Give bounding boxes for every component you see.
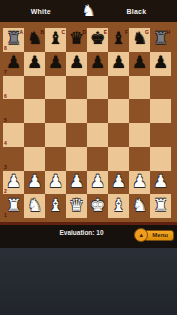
- piece-white-king[interactable]: ♚: [90, 197, 105, 214]
- square-a8[interactable]: A8♜: [3, 28, 24, 52]
- rank-label-3: 3: [4, 164, 7, 170]
- piece-white-rook[interactable]: ♜: [6, 197, 21, 214]
- rank-label-6: 6: [4, 93, 7, 99]
- square-f8[interactable]: F♝: [108, 28, 129, 52]
- square-g4[interactable]: [129, 123, 150, 147]
- square-d2[interactable]: ♟: [66, 171, 87, 195]
- square-f3[interactable]: [108, 147, 129, 171]
- piece-black-queen[interactable]: ♛: [69, 30, 84, 47]
- square-g6[interactable]: [129, 76, 150, 100]
- piece-black-pawn[interactable]: ♟: [153, 54, 168, 71]
- square-a7[interactable]: 7♟: [3, 52, 24, 76]
- square-h5[interactable]: [150, 99, 171, 123]
- board[interactable]: A8♜B♞C♝D♛E♚F♝G♞H♜7♟♟♟♟♟♟♟♟65432♟♟♟♟♟♟♟♟1…: [3, 28, 171, 218]
- rank-label-4: 4: [4, 140, 7, 146]
- square-c3[interactable]: [45, 147, 66, 171]
- white-player-label: White: [31, 8, 51, 15]
- piece-white-knight[interactable]: ♞: [132, 197, 147, 214]
- square-b2[interactable]: ♟: [24, 171, 45, 195]
- piece-black-knight[interactable]: ♞: [27, 30, 42, 47]
- square-c6[interactable]: [45, 76, 66, 100]
- evaluation-bar: Evaluation: 10 ▲ Menu: [0, 225, 177, 248]
- square-b3[interactable]: [24, 147, 45, 171]
- piece-white-pawn[interactable]: ♟: [69, 173, 84, 190]
- square-h7[interactable]: ♟: [150, 52, 171, 76]
- piece-white-knight[interactable]: ♞: [27, 197, 42, 214]
- square-h3[interactable]: [150, 147, 171, 171]
- piece-black-pawn[interactable]: ♟: [27, 54, 42, 71]
- square-h8[interactable]: H♜: [150, 28, 171, 52]
- square-c1[interactable]: ♝: [45, 194, 66, 218]
- piece-black-pawn[interactable]: ♟: [6, 54, 21, 71]
- square-g1[interactable]: ♞: [129, 194, 150, 218]
- square-d3[interactable]: [66, 147, 87, 171]
- piece-white-queen[interactable]: ♛: [69, 197, 84, 214]
- square-a1[interactable]: 1♜: [3, 194, 24, 218]
- square-c5[interactable]: [45, 99, 66, 123]
- square-a5[interactable]: 5: [3, 99, 24, 123]
- piece-white-pawn[interactable]: ♟: [111, 173, 126, 190]
- square-d8[interactable]: D♛: [66, 28, 87, 52]
- footer-panel: [0, 248, 177, 315]
- square-h6[interactable]: [150, 76, 171, 100]
- square-g3[interactable]: [129, 147, 150, 171]
- square-e6[interactable]: [87, 76, 108, 100]
- square-e5[interactable]: [87, 99, 108, 123]
- square-b1[interactable]: ♞: [24, 194, 45, 218]
- piece-white-pawn[interactable]: ♟: [90, 173, 105, 190]
- square-f2[interactable]: ♟: [108, 171, 129, 195]
- square-g8[interactable]: G♞: [129, 28, 150, 52]
- square-e2[interactable]: ♟: [87, 171, 108, 195]
- chess-app: White ♞ Black A8♜B♞C♝D♛E♚F♝G♞H♜7♟♟♟♟♟♟♟♟…: [0, 0, 177, 315]
- square-e8[interactable]: E♚: [87, 28, 108, 52]
- menu-button[interactable]: ▲ Menu: [134, 228, 174, 242]
- square-h2[interactable]: ♟: [150, 171, 171, 195]
- player-bar: White ♞ Black: [0, 0, 177, 22]
- square-a3[interactable]: 3: [3, 147, 24, 171]
- square-c2[interactable]: ♟: [45, 171, 66, 195]
- square-f6[interactable]: [108, 76, 129, 100]
- square-b5[interactable]: [24, 99, 45, 123]
- piece-black-pawn[interactable]: ♟: [48, 54, 63, 71]
- piece-white-bishop[interactable]: ♝: [111, 197, 126, 214]
- piece-black-king[interactable]: ♚: [90, 30, 105, 47]
- square-d6[interactable]: [66, 76, 87, 100]
- square-f4[interactable]: [108, 123, 129, 147]
- square-b7[interactable]: ♟: [24, 52, 45, 76]
- square-d5[interactable]: [66, 99, 87, 123]
- square-b6[interactable]: [24, 76, 45, 100]
- rank-label-5: 5: [4, 117, 7, 123]
- menu-label: Menu: [152, 232, 168, 238]
- piece-black-rook[interactable]: ♜: [153, 30, 168, 47]
- square-c8[interactable]: C♝: [45, 28, 66, 52]
- piece-white-pawn[interactable]: ♟: [6, 173, 21, 190]
- piece-black-bishop[interactable]: ♝: [48, 30, 63, 47]
- piece-white-bishop[interactable]: ♝: [48, 197, 63, 214]
- piece-white-rook[interactable]: ♜: [153, 197, 168, 214]
- square-e4[interactable]: [87, 123, 108, 147]
- piece-black-bishop[interactable]: ♝: [111, 30, 126, 47]
- square-a6[interactable]: 6: [3, 76, 24, 100]
- piece-black-pawn[interactable]: ♟: [90, 54, 105, 71]
- square-e1[interactable]: ♚: [87, 194, 108, 218]
- square-d4[interactable]: [66, 123, 87, 147]
- piece-white-pawn[interactable]: ♟: [153, 173, 168, 190]
- square-f1[interactable]: ♝: [108, 194, 129, 218]
- square-a4[interactable]: 4: [3, 123, 24, 147]
- square-c4[interactable]: [45, 123, 66, 147]
- square-d1[interactable]: ♛: [66, 194, 87, 218]
- piece-black-knight[interactable]: ♞: [132, 30, 147, 47]
- piece-white-pawn[interactable]: ♟: [132, 173, 147, 190]
- board-frame: A8♜B♞C♝D♛E♚F♝G♞H♜7♟♟♟♟♟♟♟♟65432♟♟♟♟♟♟♟♟1…: [0, 22, 177, 225]
- square-f5[interactable]: [108, 99, 129, 123]
- piece-white-pawn[interactable]: ♟: [48, 173, 63, 190]
- square-d7[interactable]: ♟: [66, 52, 87, 76]
- knight-icon: ♞: [82, 3, 96, 19]
- piece-black-pawn[interactable]: ♟: [132, 54, 147, 71]
- square-a2[interactable]: 2♟: [3, 171, 24, 195]
- square-h4[interactable]: [150, 123, 171, 147]
- square-h1[interactable]: ♜: [150, 194, 171, 218]
- piece-black-pawn[interactable]: ♟: [111, 54, 126, 71]
- menu-pill[interactable]: Menu: [144, 230, 174, 241]
- square-g7[interactable]: ♟: [129, 52, 150, 76]
- square-f7[interactable]: ♟: [108, 52, 129, 76]
- piece-black-pawn[interactable]: ♟: [69, 54, 84, 71]
- square-b4[interactable]: [24, 123, 45, 147]
- black-player-label: Black: [127, 8, 147, 15]
- square-e3[interactable]: [87, 147, 108, 171]
- square-g2[interactable]: ♟: [129, 171, 150, 195]
- piece-black-rook[interactable]: ♜: [6, 30, 21, 47]
- square-g5[interactable]: [129, 99, 150, 123]
- triangle-up-icon: ▲: [138, 232, 144, 238]
- piece-white-pawn[interactable]: ♟: [27, 173, 42, 190]
- square-b8[interactable]: B♞: [24, 28, 45, 52]
- square-e7[interactable]: ♟: [87, 52, 108, 76]
- square-c7[interactable]: ♟: [45, 52, 66, 76]
